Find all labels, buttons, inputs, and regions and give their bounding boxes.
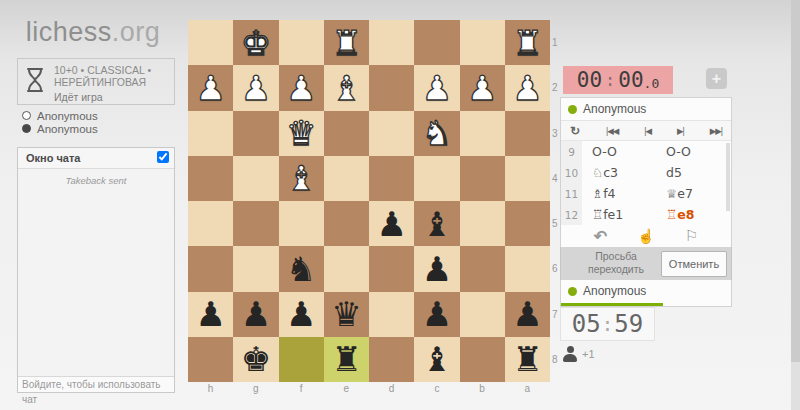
square-f5[interactable]	[279, 201, 324, 246]
takeback-banner: Просьба переходить отправлена Отменить	[560, 247, 732, 281]
chat-box: Окно чата Takeback sent Войдите, чтобы и…	[17, 147, 175, 393]
square-b5[interactable]	[460, 201, 505, 246]
time-progress-bar	[561, 303, 663, 306]
move-number: 12	[561, 204, 582, 225]
file-label-c: c	[414, 383, 459, 395]
time-control-label: 10+0 • CLASSICAL •	[54, 65, 151, 77]
square-f1[interactable]	[279, 20, 324, 65]
move-list: 9O-OO-O10♘c3d511♗f4♕e712♖fe1♖e8	[561, 141, 731, 225]
white-rook[interactable]: ♜	[324, 20, 369, 65]
square-a7[interactable]: ♟	[505, 292, 550, 337]
takeback-banner-line1: Просьба переходить	[567, 250, 665, 276]
black-move[interactable]: O-O	[664, 141, 731, 162]
square-f6[interactable]: ♞	[279, 246, 324, 291]
black-queen[interactable]: ♛	[324, 292, 369, 337]
move-number: 11	[561, 183, 582, 204]
person-icon	[563, 346, 577, 362]
square-e4[interactable]	[324, 156, 369, 201]
square-h4[interactable]	[188, 156, 233, 201]
white-bishop[interactable]: ♝	[324, 65, 369, 110]
square-c7[interactable]: ♟	[414, 292, 459, 337]
black-pawn[interactable]: ♟	[369, 201, 414, 246]
square-a2[interactable]: ♟	[505, 65, 550, 110]
square-g5[interactable]	[233, 201, 278, 246]
white-pawn[interactable]: ♟	[279, 65, 324, 110]
square-c6[interactable]: ♟	[414, 246, 459, 291]
white-bishop[interactable]: ♝	[279, 156, 324, 201]
replay-icon[interactable]: ↻	[570, 124, 580, 138]
chat-toggle-checkbox[interactable]	[157, 151, 169, 163]
square-f7[interactable]: ♟	[279, 292, 324, 337]
player-list: Anonymous Anonymous	[22, 109, 98, 135]
black-pawn[interactable]: ♟	[233, 292, 278, 337]
square-h7[interactable]: ♟	[188, 292, 233, 337]
rank-label-1: 1	[552, 20, 564, 65]
square-g1[interactable]: ♚	[233, 20, 278, 65]
draw-offer-icon[interactable]: ☝	[637, 228, 654, 244]
chess-board: ♚♜♜♟♟♟♝♟♟♟♛♞♝♟♝♞♟♟♟♟♛♟♟♚♜♝♜	[188, 20, 550, 382]
square-d3[interactable]	[369, 111, 414, 156]
black-player-dot-icon	[22, 124, 31, 133]
page-scrollbar-thumb[interactable]	[791, 0, 800, 362]
spectator-count: +1	[563, 345, 595, 362]
black-pawn[interactable]: ♟	[188, 292, 233, 337]
resign-flag-icon[interactable]: ⚐	[685, 227, 698, 245]
file-label-g: g	[233, 383, 278, 395]
square-g3[interactable]	[233, 111, 278, 156]
square-b3[interactable]	[460, 111, 505, 156]
move-nav-bar: ↻ |◀◀ |◀ ▶| ▶▶|	[561, 121, 731, 141]
square-h8[interactable]	[188, 337, 233, 382]
square-b4[interactable]	[460, 156, 505, 201]
square-d4[interactable]	[369, 156, 414, 201]
square-e2[interactable]: ♝	[324, 65, 369, 110]
move-row-12: 12♖fe1♖e8	[561, 204, 731, 225]
white-pawn[interactable]: ♟	[188, 65, 233, 110]
white-player-row: Anonymous	[22, 109, 98, 122]
move-row-10: 10♘c3d5	[561, 162, 731, 183]
hourglass-icon	[25, 67, 45, 97]
square-c4[interactable]	[414, 156, 459, 201]
square-c1[interactable]	[414, 20, 459, 65]
square-d1[interactable]	[369, 20, 414, 65]
black-rook[interactable]: ♜	[505, 337, 550, 382]
square-c3[interactable]: ♞	[414, 111, 459, 156]
add-time-button[interactable]: +	[706, 68, 727, 89]
file-label-f: f	[279, 383, 324, 395]
square-e5[interactable]	[324, 201, 369, 246]
cancel-button[interactable]: Отменить	[661, 251, 727, 277]
square-f2[interactable]: ♟	[279, 65, 324, 110]
bottom-player-name: Anonymous	[583, 284, 646, 298]
white-move[interactable]: ♗f4	[582, 183, 664, 204]
prev-move-button[interactable]: |◀	[644, 126, 651, 136]
chat-message: Takeback sent	[18, 175, 174, 186]
black-king[interactable]: ♚	[233, 337, 278, 382]
lichess-logo[interactable]: lichess.org	[0, 17, 186, 48]
move-list-scrollbar[interactable]	[726, 143, 730, 211]
file-label-d: d	[369, 383, 414, 395]
square-g6[interactable]	[233, 246, 278, 291]
white-move[interactable]: O-O	[582, 141, 664, 162]
last-move-button[interactable]: ▶▶|	[710, 126, 722, 136]
square-h6[interactable]	[188, 246, 233, 291]
move-row-9: 9O-OO-O	[561, 141, 731, 162]
black-player-name: Anonymous	[37, 123, 98, 135]
white-queen[interactable]: ♛	[279, 111, 324, 156]
square-h3[interactable]	[188, 111, 233, 156]
square-a8[interactable]: ♜	[505, 337, 550, 382]
square-f8[interactable]	[279, 337, 324, 382]
square-b8[interactable]	[460, 337, 505, 382]
square-c8[interactable]: ♝	[414, 337, 459, 382]
square-h1[interactable]	[188, 20, 233, 65]
rated-label: НЕРЕЙТИНГОВАЯ	[54, 77, 151, 89]
game-action-bar: ↶ ☝ ⚐	[561, 225, 731, 247]
square-b1[interactable]	[460, 20, 505, 65]
file-label-a: a	[505, 383, 550, 395]
file-coordinates: hgfedcba	[188, 383, 550, 395]
square-a5[interactable]	[505, 201, 550, 246]
white-player-name: Anonymous	[37, 110, 98, 122]
black-clock: 05:59	[560, 307, 655, 341]
square-b6[interactable]	[460, 246, 505, 291]
black-rook[interactable]: ♜	[324, 337, 369, 382]
square-b7[interactable]	[460, 292, 505, 337]
page-scrollbar[interactable]	[791, 0, 800, 410]
white-pawn[interactable]: ♟	[460, 65, 505, 110]
lichess-game-page: lichess.org 10+0 • CLASSICAL • НЕРЕЙТИНГ…	[0, 0, 800, 410]
game-info-box: 10+0 • CLASSICAL • НЕРЕЙТИНГОВАЯ Идёт иг…	[17, 58, 175, 105]
spectator-count-label: +1	[582, 348, 595, 362]
square-g8[interactable]: ♚	[233, 337, 278, 382]
square-a1[interactable]: ♜	[505, 20, 550, 65]
square-d7[interactable]	[369, 292, 414, 337]
file-label-h: h	[188, 383, 233, 395]
black-bishop[interactable]: ♝	[414, 201, 459, 246]
square-b2[interactable]: ♟	[460, 65, 505, 110]
white-king[interactable]: ♚	[233, 20, 278, 65]
square-d2[interactable]	[369, 65, 414, 110]
white-pawn[interactable]: ♟	[233, 65, 278, 110]
game-status: Идёт игра	[54, 92, 151, 104]
square-c5[interactable]: ♝	[414, 201, 459, 246]
black-pawn[interactable]: ♟	[414, 292, 459, 337]
square-g7[interactable]: ♟	[233, 292, 278, 337]
file-label-e: e	[324, 383, 369, 395]
move-row-11: 11♗f4♕e7	[561, 183, 731, 204]
square-e1[interactable]: ♜	[324, 20, 369, 65]
file-label-b: b	[460, 383, 505, 395]
square-a3[interactable]	[505, 111, 550, 156]
square-f3[interactable]: ♛	[279, 111, 324, 156]
move-number: 9	[561, 141, 582, 162]
white-clock: 00:00.0	[563, 66, 673, 94]
move-number: 10	[561, 162, 582, 183]
online-dot-icon	[568, 287, 577, 296]
black-move[interactable]: ♕e7	[664, 183, 731, 204]
black-player-row: Anonymous	[22, 122, 98, 135]
top-player-name: Anonymous	[583, 102, 646, 116]
square-e6[interactable]	[324, 246, 369, 291]
square-g2[interactable]: ♟	[233, 65, 278, 110]
square-e7[interactable]: ♛	[324, 292, 369, 337]
square-e3[interactable]	[324, 111, 369, 156]
white-player-dot-icon	[22, 111, 31, 120]
top-player-row: Anonymous	[561, 98, 731, 121]
next-move-button[interactable]: ▶|	[677, 126, 684, 136]
white-pawn[interactable]: ♟	[414, 65, 459, 110]
square-c2[interactable]: ♟	[414, 65, 459, 110]
square-a6[interactable]	[505, 246, 550, 291]
black-bishop[interactable]: ♝	[414, 337, 459, 382]
black-knight[interactable]: ♞	[279, 246, 324, 291]
square-a4[interactable]	[505, 156, 550, 201]
takeback-icon[interactable]: ↶	[594, 227, 607, 246]
square-h2[interactable]: ♟	[188, 65, 233, 110]
white-knight[interactable]: ♞	[414, 111, 459, 156]
square-f4[interactable]: ♝	[279, 156, 324, 201]
bottom-player-panel: Anonymous	[560, 280, 732, 307]
black-pawn[interactable]: ♟	[505, 292, 550, 337]
move-panel: Anonymous ↻ |◀◀ |◀ ▶| ▶▶| 9O-OO-O10♘c3d5…	[560, 97, 732, 248]
square-e8[interactable]: ♜	[324, 337, 369, 382]
white-move[interactable]: ♖fe1	[582, 204, 664, 225]
square-d5[interactable]: ♟	[369, 201, 414, 246]
square-g4[interactable]	[233, 156, 278, 201]
black-move[interactable]: ♖e8	[664, 204, 731, 225]
square-h5[interactable]	[188, 201, 233, 246]
square-d6[interactable]	[369, 246, 414, 291]
first-move-button[interactable]: |◀◀	[606, 126, 618, 136]
chat-login-prompt: Войдите, чтобы использовать чат	[18, 376, 174, 392]
black-move[interactable]: d5	[664, 162, 731, 183]
white-rook[interactable]: ♜	[505, 20, 550, 65]
white-pawn[interactable]: ♟	[505, 65, 550, 110]
white-move[interactable]: ♘c3	[582, 162, 664, 183]
chat-title: Окно чата	[26, 152, 81, 164]
black-pawn[interactable]: ♟	[414, 246, 459, 291]
square-d8[interactable]	[369, 337, 414, 382]
black-pawn[interactable]: ♟	[279, 292, 324, 337]
online-dot-icon	[568, 105, 577, 114]
